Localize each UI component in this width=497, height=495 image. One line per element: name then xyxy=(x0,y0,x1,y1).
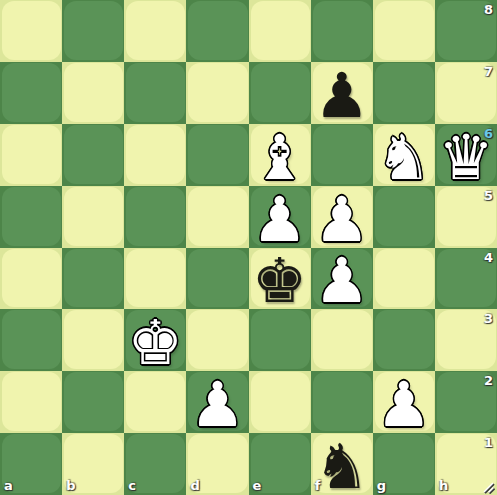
square-b5[interactable] xyxy=(62,186,124,248)
square-f5[interactable]: ♟ xyxy=(311,186,373,248)
square-d8[interactable] xyxy=(186,0,248,62)
file-label-h: h xyxy=(439,478,448,493)
square-h5[interactable]: 5 xyxy=(435,186,497,248)
square-d5[interactable] xyxy=(186,186,248,248)
file-label-c: c xyxy=(128,478,136,493)
piece-white-knight[interactable]: ♞ xyxy=(373,127,435,189)
square-b2[interactable] xyxy=(62,371,124,433)
square-c5[interactable] xyxy=(124,186,186,248)
square-g3[interactable] xyxy=(373,309,435,371)
square-g4[interactable] xyxy=(373,248,435,310)
square-e5[interactable]: ♟ xyxy=(249,186,311,248)
square-g7[interactable] xyxy=(373,62,435,124)
rank-label-2: 2 xyxy=(484,373,493,388)
piece-white-pawn[interactable]: ♟ xyxy=(186,374,248,436)
square-a1[interactable]: a xyxy=(0,433,62,495)
square-b7[interactable] xyxy=(62,62,124,124)
square-f1[interactable]: ♞f xyxy=(311,433,373,495)
rank-label-8: 8 xyxy=(484,2,493,17)
square-g8[interactable] xyxy=(373,0,435,62)
square-g1[interactable]: g xyxy=(373,433,435,495)
rank-label-4: 4 xyxy=(484,250,493,265)
square-f4[interactable]: ♟ xyxy=(311,248,373,310)
square-g6[interactable]: ♞ xyxy=(373,124,435,186)
square-g5[interactable] xyxy=(373,186,435,248)
piece-white-king[interactable]: ♚ xyxy=(124,312,186,374)
square-h3[interactable]: 3 xyxy=(435,309,497,371)
square-e7[interactable] xyxy=(249,62,311,124)
square-g2[interactable]: ♟ xyxy=(373,371,435,433)
square-f7[interactable]: ♟ xyxy=(311,62,373,124)
piece-white-pawn[interactable]: ♟ xyxy=(311,251,373,313)
square-d1[interactable]: d xyxy=(186,433,248,495)
square-a6[interactable] xyxy=(0,124,62,186)
square-h6[interactable]: ♛6 xyxy=(435,124,497,186)
square-d7[interactable] xyxy=(186,62,248,124)
square-c4[interactable] xyxy=(124,248,186,310)
rank-label-7: 7 xyxy=(484,64,493,79)
square-a7[interactable] xyxy=(0,62,62,124)
square-h4[interactable]: 4 xyxy=(435,248,497,310)
square-e3[interactable] xyxy=(249,309,311,371)
piece-black-pawn[interactable]: ♟ xyxy=(311,65,373,127)
square-h8[interactable]: 8 xyxy=(435,0,497,62)
square-b8[interactable] xyxy=(62,0,124,62)
square-b1[interactable]: b xyxy=(62,433,124,495)
square-c3[interactable]: ♚ xyxy=(124,309,186,371)
square-c6[interactable] xyxy=(124,124,186,186)
square-e1[interactable]: e xyxy=(249,433,311,495)
file-label-f: f xyxy=(315,478,321,493)
chess-board: 8♟7♝♞♛6♟♟5♚♟4♚3♟♟2abcde♞fg1h xyxy=(0,0,497,495)
square-d4[interactable] xyxy=(186,248,248,310)
square-c8[interactable] xyxy=(124,0,186,62)
square-b3[interactable] xyxy=(62,309,124,371)
piece-white-pawn[interactable]: ♟ xyxy=(311,189,373,251)
file-label-e: e xyxy=(253,478,262,493)
resize-grip-icon xyxy=(484,483,494,493)
piece-white-pawn[interactable]: ♟ xyxy=(249,189,311,251)
rank-label-1: 1 xyxy=(484,435,493,450)
piece-white-bishop[interactable]: ♝ xyxy=(249,127,311,189)
board-resize-handle[interactable] xyxy=(481,479,495,493)
square-h7[interactable]: 7 xyxy=(435,62,497,124)
file-label-a: a xyxy=(4,478,13,493)
square-e8[interactable] xyxy=(249,0,311,62)
file-label-b: b xyxy=(66,478,75,493)
square-c7[interactable] xyxy=(124,62,186,124)
piece-white-pawn[interactable]: ♟ xyxy=(373,374,435,436)
square-e6[interactable]: ♝ xyxy=(249,124,311,186)
square-c2[interactable] xyxy=(124,371,186,433)
square-d6[interactable] xyxy=(186,124,248,186)
square-e4[interactable]: ♚ xyxy=(249,248,311,310)
square-e2[interactable] xyxy=(249,371,311,433)
piece-black-king[interactable]: ♚ xyxy=(249,251,311,313)
square-f6[interactable] xyxy=(311,124,373,186)
rank-label-5: 5 xyxy=(484,188,493,203)
square-d3[interactable] xyxy=(186,309,248,371)
square-d2[interactable]: ♟ xyxy=(186,371,248,433)
square-a5[interactable] xyxy=(0,186,62,248)
square-a3[interactable] xyxy=(0,309,62,371)
file-label-d: d xyxy=(190,478,199,493)
square-b4[interactable] xyxy=(62,248,124,310)
rank-label-3: 3 xyxy=(484,311,493,326)
square-f3[interactable] xyxy=(311,309,373,371)
square-f2[interactable] xyxy=(311,371,373,433)
square-c1[interactable]: c xyxy=(124,433,186,495)
square-a8[interactable] xyxy=(0,0,62,62)
square-a2[interactable] xyxy=(0,371,62,433)
square-h2[interactable]: 2 xyxy=(435,371,497,433)
square-f8[interactable] xyxy=(311,0,373,62)
square-a4[interactable] xyxy=(0,248,62,310)
file-label-g: g xyxy=(377,478,386,493)
rank-label-6: 6 xyxy=(484,126,493,141)
square-b6[interactable] xyxy=(62,124,124,186)
